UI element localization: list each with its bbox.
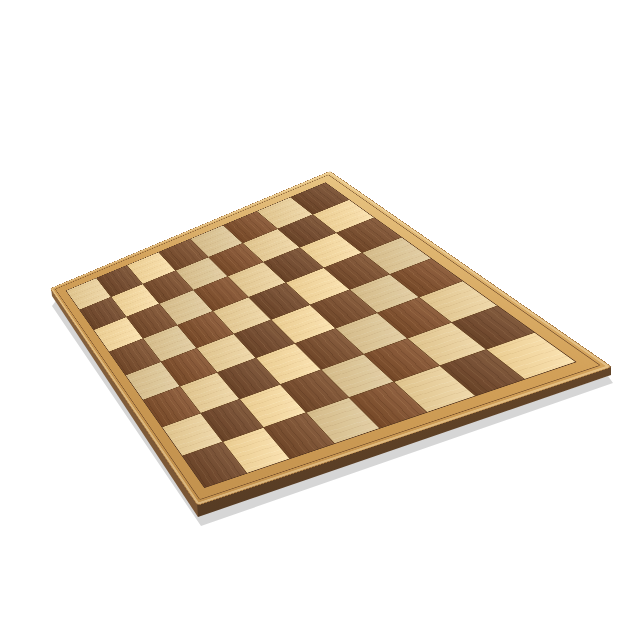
- chessboard: [50, 171, 613, 506]
- photo-canvas: [0, 0, 635, 635]
- playing-field: [66, 182, 577, 488]
